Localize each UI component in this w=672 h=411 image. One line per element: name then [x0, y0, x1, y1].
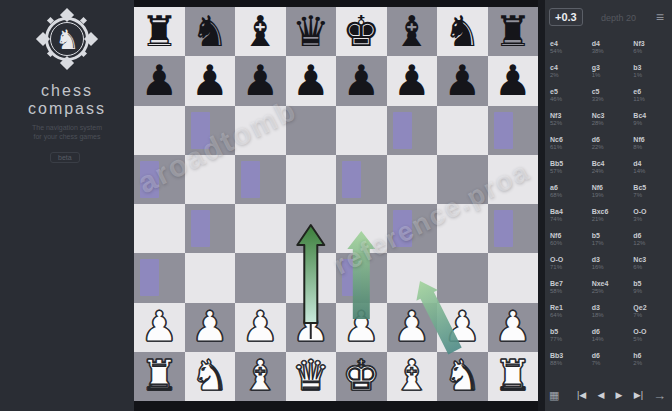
piece-black-pawn[interactable]: ♟ [134, 56, 185, 105]
explorer-move-label: Bc5 [633, 183, 668, 192]
highlight-a5 [140, 161, 159, 198]
explorer-move-stat: 61% [550, 144, 585, 151]
explorer-move-stat: 3% [633, 216, 668, 223]
square-f5[interactable] [387, 155, 438, 204]
explorer-move-cell[interactable]: Bc424% [590, 158, 629, 182]
explorer-move-label: Bxc6 [592, 207, 627, 216]
square-d5[interactable] [286, 155, 337, 204]
piece-white-pawn[interactable]: ♟ [437, 303, 488, 352]
explorer-move-stat: 24% [592, 168, 627, 175]
square-e5[interactable] [336, 155, 387, 204]
explorer-move-cell[interactable]: d438% [590, 38, 629, 62]
explorer-move-cell[interactable]: e454% [548, 38, 587, 62]
explorer-move-stat: 28% [592, 120, 627, 127]
explorer-move-stat: 11% [633, 96, 668, 103]
engine-depth-label: depth 20 [601, 13, 636, 23]
highlight-h6 [494, 112, 513, 149]
square-g5[interactable] [437, 155, 488, 204]
explorer-move-label: Nf6 [592, 183, 627, 192]
explorer-move-label: d6 [592, 135, 627, 144]
highlight-e3 [342, 259, 361, 296]
explorer-move-label: Be7 [550, 279, 585, 288]
piece-black-knight[interactable]: ♞ [437, 7, 488, 56]
explorer-move-cell[interactable]: Ba474% [548, 206, 587, 230]
first-move-button[interactable]: |◀ [577, 390, 586, 400]
explorer-move-cell[interactable]: d316% [590, 254, 629, 278]
explorer-move-label: Nc6 [550, 135, 585, 144]
explorer-move-stat: 2% [633, 360, 668, 367]
piece-white-knight[interactable]: ♞ [185, 352, 236, 401]
square-d8[interactable]: ♛ [286, 7, 337, 56]
explorer-move-cell[interactable]: d318% [590, 302, 629, 326]
square-b2[interactable]: ♟ [185, 303, 236, 352]
piece-white-pawn[interactable]: ♟ [488, 303, 539, 352]
square-c3[interactable] [235, 253, 286, 302]
piece-white-bishop[interactable]: ♝ [235, 352, 286, 401]
explorer-move-cell[interactable]: a668% [548, 182, 587, 206]
explorer-move-label: h6 [633, 351, 668, 360]
piece-black-pawn[interactable]: ♟ [437, 56, 488, 105]
square-g4[interactable] [437, 204, 488, 253]
square-a2[interactable]: ♟ [134, 303, 185, 352]
piece-black-pawn[interactable]: ♟ [336, 56, 387, 105]
square-e4[interactable] [336, 204, 387, 253]
explorer-move-stat: 57% [550, 168, 585, 175]
piece-black-rook[interactable]: ♜ [488, 7, 539, 56]
explorer-move-cell[interactable]: Nc36% [631, 254, 670, 278]
explorer-move-label: b5 [592, 231, 627, 240]
explorer-move-stat: 1% [633, 72, 668, 79]
highlight-a3 [140, 259, 159, 296]
explorer-move-stat: 9% [633, 120, 668, 127]
piece-black-rook[interactable]: ♜ [134, 7, 185, 56]
square-e3[interactable] [336, 253, 387, 302]
explorer-move-stat: 58% [550, 288, 585, 295]
explorer-move-stat: 16% [592, 264, 627, 271]
explorer-move-cell[interactable]: Bb557% [548, 158, 587, 182]
explorer-move-label: Qe2 [633, 303, 668, 312]
square-c6[interactable] [235, 106, 286, 155]
square-f1[interactable]: ♝ [387, 352, 438, 401]
piece-white-pawn[interactable]: ♟ [286, 303, 337, 352]
explorer-move-cell[interactable]: O-O71% [548, 254, 587, 278]
brand-tagline-line1: The navigation system [0, 124, 134, 131]
explorer-move-cell[interactable]: Bc57% [631, 182, 670, 206]
highlight-b4 [191, 210, 210, 247]
explorer-move-label: Bb3 [550, 351, 585, 360]
square-f6[interactable] [387, 106, 438, 155]
square-d4[interactable] [286, 204, 337, 253]
square-c4[interactable] [235, 204, 286, 253]
explorer-move-cell[interactable]: Nf619% [590, 182, 629, 206]
compass-point-east [84, 32, 98, 46]
knight-logo-icon: ♞ [48, 20, 86, 58]
explorer-move-cell[interactable]: Bxc621% [590, 206, 629, 230]
square-h8[interactable]: ♜ [488, 7, 539, 56]
square-d2[interactable]: ♟ [286, 303, 337, 352]
nav-button-group: |◀ ◀ ▶ ▶| [577, 390, 643, 400]
explorer-move-label: a6 [550, 183, 585, 192]
square-c1[interactable]: ♝ [235, 352, 286, 401]
explorer-move-label: O-O [550, 255, 585, 264]
explorer-move-label: O-O [633, 327, 668, 336]
app-window: ♞ chess compass The navigation system fo… [0, 0, 672, 411]
explorer-move-cell[interactable]: Re164% [548, 302, 587, 326]
square-b4[interactable] [185, 204, 236, 253]
explorer-move-stat: 1% [592, 72, 627, 79]
square-d3[interactable] [286, 253, 337, 302]
explorer-move-stat: 88% [550, 360, 585, 367]
next-move-button[interactable]: ▶ [616, 390, 623, 400]
explorer-move-cell[interactable]: Bc49% [631, 110, 670, 134]
explorer-move-label: Ba4 [550, 207, 585, 216]
piece-white-pawn[interactable]: ♟ [387, 303, 438, 352]
piece-black-pawn[interactable]: ♟ [185, 56, 236, 105]
explorer-move-stat: 33% [592, 96, 627, 103]
explorer-move-label: d3 [592, 255, 627, 264]
square-f3[interactable] [387, 253, 438, 302]
square-e7[interactable]: ♟ [336, 56, 387, 105]
square-g7[interactable]: ♟ [437, 56, 488, 105]
explorer-move-stat: 14% [633, 168, 668, 175]
square-d1[interactable]: ♛ [286, 352, 337, 401]
brand-footnote-badge[interactable]: beta [50, 152, 80, 163]
piece-white-pawn[interactable]: ♟ [336, 303, 387, 352]
explorer-move-stat: 6% [633, 48, 668, 55]
explorer-move-label: Nxe4 [592, 279, 627, 288]
explorer-move-stat: 7% [592, 360, 627, 367]
explorer-move-stat: 14% [592, 336, 627, 343]
explorer-move-cell[interactable]: Nc661% [548, 134, 587, 158]
explorer-move-cell[interactable]: c533% [590, 86, 629, 110]
square-a3[interactable] [134, 253, 185, 302]
explorer-move-stat: 12% [633, 240, 668, 247]
square-c7[interactable]: ♟ [235, 56, 286, 105]
square-a4[interactable] [134, 204, 185, 253]
explorer-move-stat: 25% [592, 288, 627, 295]
explorer-move-cell[interactable]: b517% [590, 230, 629, 254]
explorer-move-stat: 46% [550, 96, 585, 103]
square-e1[interactable]: ♚ [336, 352, 387, 401]
move-explorer-list: e454%d438%Nf36%c42%g31%b31%e546%c533%e61… [548, 38, 670, 376]
square-h6[interactable] [488, 106, 539, 155]
explorer-move-cell[interactable]: g31% [590, 62, 629, 86]
explorer-move-label: d6 [592, 351, 627, 360]
square-b7[interactable]: ♟ [185, 56, 236, 105]
explorer-move-cell[interactable]: Nf68% [631, 134, 670, 158]
explorer-move-label: e6 [633, 87, 668, 96]
explorer-move-label: d4 [633, 159, 668, 168]
explorer-move-stat: 2% [550, 72, 585, 79]
flip-board-icon[interactable]: ▦ [549, 389, 559, 402]
explorer-move-cell[interactable]: O-O5% [631, 326, 670, 350]
explorer-move-cell[interactable]: d67% [590, 350, 629, 374]
square-b3[interactable] [185, 253, 236, 302]
explorer-move-stat: 7% [633, 192, 668, 199]
explorer-move-cell[interactable]: Bb388% [548, 350, 587, 374]
explorer-move-label: Nf3 [633, 39, 668, 48]
explorer-move-stat: 74% [550, 216, 585, 223]
engine-bar: +0.3 depth 20 ≡ [549, 8, 668, 30]
explorer-move-label: Re1 [550, 303, 585, 312]
explorer-move-label: d4 [592, 39, 627, 48]
highlight-f6 [393, 112, 412, 149]
previous-move-button[interactable]: ◀ [597, 390, 604, 400]
explorer-move-label: e5 [550, 87, 585, 96]
piece-white-pawn[interactable]: ♟ [185, 303, 236, 352]
highlight-b6 [191, 112, 210, 149]
explorer-move-stat: 8% [633, 144, 668, 151]
explorer-move-stat: 60% [550, 240, 585, 247]
explorer-move-stat: 64% [550, 312, 585, 319]
square-b1[interactable]: ♞ [185, 352, 236, 401]
square-h2[interactable]: ♟ [488, 303, 539, 352]
sidebar: ♞ chess compass The navigation system fo… [0, 0, 134, 411]
square-a5[interactable] [134, 155, 185, 204]
explorer-move-stat: 21% [592, 216, 627, 223]
explorer-move-cell[interactable]: Nxe425% [590, 278, 629, 302]
piece-black-pawn[interactable]: ♟ [387, 56, 438, 105]
piece-white-pawn[interactable]: ♟ [134, 303, 185, 352]
square-g2[interactable]: ♟ [437, 303, 488, 352]
explorer-move-cell[interactable]: Nf660% [548, 230, 587, 254]
square-c2[interactable]: ♟ [235, 303, 286, 352]
explorer-move-cell[interactable]: Nf36% [631, 38, 670, 62]
explorer-move-stat: 22% [592, 144, 627, 151]
square-a7[interactable]: ♟ [134, 56, 185, 105]
square-f4[interactable] [387, 204, 438, 253]
piece-black-king[interactable]: ♚ [336, 7, 387, 56]
explorer-move-cell[interactable]: h62% [631, 350, 670, 374]
explorer-move-label: c4 [550, 63, 585, 72]
explorer-move-stat: 71% [550, 264, 585, 271]
explorer-move-cell[interactable]: d414% [631, 158, 670, 182]
piece-black-knight[interactable]: ♞ [185, 7, 236, 56]
explorer-move-cell[interactable]: Nf352% [548, 110, 587, 134]
explorer-move-cell[interactable]: Nc328% [590, 110, 629, 134]
piece-black-pawn[interactable]: ♟ [286, 56, 337, 105]
explorer-move-stat: 5% [633, 336, 668, 343]
explorer-move-cell[interactable]: e611% [631, 86, 670, 110]
piece-black-queen[interactable]: ♛ [286, 7, 337, 56]
piece-white-rook[interactable]: ♜ [488, 352, 539, 401]
app-logo-compass: ♞ [45, 17, 89, 61]
piece-white-queen[interactable]: ♛ [286, 352, 337, 401]
square-f2[interactable]: ♟ [387, 303, 438, 352]
explorer-move-stat: 6% [633, 264, 668, 271]
explorer-move-label: d6 [633, 231, 668, 240]
explorer-move-stat: 68% [550, 192, 585, 199]
explorer-move-stat: 9% [633, 288, 668, 295]
square-g1[interactable]: ♞ [437, 352, 488, 401]
explorer-move-cell[interactable]: d614% [590, 326, 629, 350]
explorer-move-label: b5 [633, 279, 668, 288]
panel-divider [538, 0, 545, 411]
explorer-move-label: Nc3 [592, 111, 627, 120]
piece-black-pawn[interactable]: ♟ [488, 56, 539, 105]
brand-name-line1: chess [0, 82, 134, 100]
explorer-move-label: b3 [633, 63, 668, 72]
square-c5[interactable] [235, 155, 286, 204]
evaluation-badge: +0.3 [549, 8, 583, 26]
piece-white-rook[interactable]: ♜ [134, 352, 185, 401]
playback-controls: ▦ |◀ ◀ ▶ ▶| → [545, 387, 672, 405]
explorer-move-label: Nc3 [633, 255, 668, 264]
explorer-move-cell[interactable]: b31% [631, 62, 670, 86]
square-d7[interactable]: ♟ [286, 56, 337, 105]
square-f7[interactable]: ♟ [387, 56, 438, 105]
square-a6[interactable] [134, 106, 185, 155]
square-h5[interactable] [488, 155, 539, 204]
highlight-f4 [393, 210, 412, 247]
analysis-panel: +0.3 depth 20 ≡ e454%d438%Nf36%c42%g31%b… [545, 0, 672, 411]
square-b6[interactable] [185, 106, 236, 155]
explorer-move-cell[interactable]: Be758% [548, 278, 587, 302]
explorer-move-label: Nf6 [550, 231, 585, 240]
explorer-move-stat: 18% [592, 312, 627, 319]
explorer-move-label: Bc4 [633, 111, 668, 120]
piece-white-king[interactable]: ♚ [336, 352, 387, 401]
explorer-move-label: Nf6 [633, 135, 668, 144]
square-g6[interactable] [437, 106, 488, 155]
explorer-move-cell[interactable]: d622% [590, 134, 629, 158]
square-h4[interactable] [488, 204, 539, 253]
explorer-move-label: O-O [633, 207, 668, 216]
square-e6[interactable] [336, 106, 387, 155]
explorer-move-stat: 7% [633, 312, 668, 319]
square-a8[interactable]: ♜ [134, 7, 185, 56]
share-arrow-icon[interactable]: → [653, 388, 666, 403]
square-c8[interactable]: ♝ [235, 7, 286, 56]
square-h1[interactable]: ♜ [488, 352, 539, 401]
square-e8[interactable]: ♚ [336, 7, 387, 56]
explorer-move-label: Bc4 [592, 159, 627, 168]
explorer-move-stat: 19% [592, 192, 627, 199]
square-b8[interactable]: ♞ [185, 7, 236, 56]
explorer-move-stat: 52% [550, 120, 585, 127]
explorer-move-stat: 38% [592, 48, 627, 55]
square-b5[interactable] [185, 155, 236, 204]
explorer-move-cell[interactable]: b577% [548, 326, 587, 350]
square-h7[interactable]: ♟ [488, 56, 539, 105]
explorer-move-stat: 17% [592, 240, 627, 247]
piece-black-bishop[interactable]: ♝ [387, 7, 438, 56]
piece-white-pawn[interactable]: ♟ [235, 303, 286, 352]
compass-point-south [60, 56, 74, 70]
explorer-move-label: g3 [592, 63, 627, 72]
explorer-move-label: e4 [550, 39, 585, 48]
piece-black-pawn[interactable]: ♟ [235, 56, 286, 105]
square-a1[interactable]: ♜ [134, 352, 185, 401]
highlight-e5 [342, 161, 361, 198]
explorer-move-label: d3 [592, 303, 627, 312]
explorer-move-label: d6 [592, 327, 627, 336]
square-h3[interactable] [488, 253, 539, 302]
piece-black-bishop[interactable]: ♝ [235, 7, 286, 56]
board-area: ♜♞♝♛♚♝♞♜♟♟♟♟♟♟♟♟♟♟♟♟♟♟♟♟♜♞♝♛♚♝♞♜ [134, 0, 538, 411]
highlight-c5 [241, 161, 260, 198]
explorer-move-label: b5 [550, 327, 585, 336]
piece-white-knight[interactable]: ♞ [437, 352, 488, 401]
square-e2[interactable]: ♟ [336, 303, 387, 352]
explorer-move-cell[interactable]: Qe27% [631, 302, 670, 326]
explorer-move-cell[interactable]: c42% [548, 62, 587, 86]
explorer-move-label: Nf3 [550, 111, 585, 120]
explorer-move-stat: 77% [550, 336, 585, 343]
explorer-move-cell[interactable]: b59% [631, 278, 670, 302]
square-g8[interactable]: ♞ [437, 7, 488, 56]
brand-name-line2: compass [0, 100, 134, 118]
explorer-move-cell[interactable]: O-O3% [631, 206, 670, 230]
piece-white-bishop[interactable]: ♝ [387, 352, 438, 401]
brand-tagline-line2: for your chess games [0, 133, 134, 140]
explorer-move-label: c5 [592, 87, 627, 96]
square-d6[interactable] [286, 106, 337, 155]
chess-board: ♜♞♝♛♚♝♞♜♟♟♟♟♟♟♟♟♟♟♟♟♟♟♟♟♜♞♝♛♚♝♞♜ [134, 7, 538, 401]
last-move-button[interactable]: ▶| [634, 390, 643, 400]
explorer-move-label: Bb5 [550, 159, 585, 168]
square-g3[interactable] [437, 253, 488, 302]
explorer-move-cell[interactable]: d612% [631, 230, 670, 254]
explorer-move-cell[interactable]: e546% [548, 86, 587, 110]
square-f8[interactable]: ♝ [387, 7, 438, 56]
highlight-h4 [494, 210, 513, 247]
hamburger-menu-icon[interactable]: ≡ [656, 10, 664, 24]
explorer-move-stat: 54% [550, 48, 585, 55]
